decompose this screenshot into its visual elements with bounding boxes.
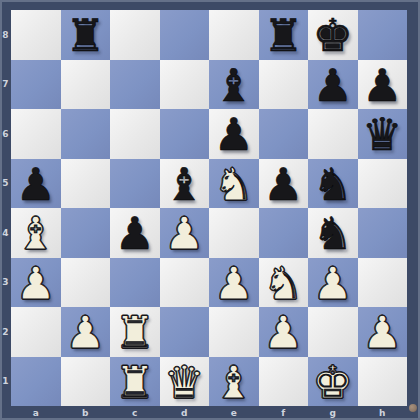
white-bishop-a4[interactable]: ♝	[16, 211, 56, 256]
square-c8[interactable]	[110, 10, 160, 60]
square-h8[interactable]	[358, 10, 408, 60]
file-label-g: g	[308, 405, 358, 420]
square-a2[interactable]	[11, 307, 61, 357]
square-f1[interactable]	[259, 357, 309, 407]
square-a6[interactable]	[11, 109, 61, 159]
square-e5[interactable]: ♞	[209, 159, 259, 209]
white-bishop-e1[interactable]: ♝	[214, 360, 254, 405]
black-queen-h6[interactable]: ♛	[362, 112, 402, 157]
file-label-d: d	[160, 405, 210, 420]
square-c3[interactable]	[110, 258, 160, 308]
white-pawn-h2[interactable]: ♟	[362, 310, 402, 355]
square-c7[interactable]	[110, 60, 160, 110]
square-d2[interactable]	[160, 307, 210, 357]
square-a1[interactable]	[11, 357, 61, 407]
black-rook-b8[interactable]: ♜	[65, 13, 105, 58]
square-b2[interactable]: ♟	[61, 307, 111, 357]
square-f5[interactable]: ♟	[259, 159, 309, 209]
square-b5[interactable]	[61, 159, 111, 209]
file-label-c: c	[110, 405, 160, 420]
file-label-a: a	[11, 405, 61, 420]
square-b7[interactable]	[61, 60, 111, 110]
black-bishop-d5[interactable]: ♝	[164, 162, 204, 207]
square-b4[interactable]	[61, 208, 111, 258]
square-d4[interactable]: ♟	[160, 208, 210, 258]
square-c5[interactable]	[110, 159, 160, 209]
square-g6[interactable]	[308, 109, 358, 159]
square-d8[interactable]	[160, 10, 210, 60]
white-pawn-d4[interactable]: ♟	[164, 211, 204, 256]
black-pawn-g7[interactable]: ♟	[313, 63, 353, 108]
square-d1[interactable]: ♛	[160, 357, 210, 407]
black-bishop-e7[interactable]: ♝	[214, 63, 254, 108]
file-label-b: b	[61, 405, 111, 420]
black-pawn-f5[interactable]: ♟	[263, 162, 303, 207]
square-c1[interactable]: ♜	[110, 357, 160, 407]
square-g7[interactable]: ♟	[308, 60, 358, 110]
black-pawn-e6[interactable]: ♟	[214, 112, 254, 157]
file-label-h: h	[358, 405, 408, 420]
square-e6[interactable]: ♟	[209, 109, 259, 159]
square-g1[interactable]: ♚	[308, 357, 358, 407]
square-g4[interactable]: ♞	[308, 208, 358, 258]
white-king-g1[interactable]: ♚	[313, 360, 353, 405]
square-e1[interactable]: ♝	[209, 357, 259, 407]
rank-label-3: 3	[0, 258, 11, 308]
square-e3[interactable]: ♟	[209, 258, 259, 308]
square-h4[interactable]	[358, 208, 408, 258]
square-a3[interactable]: ♟	[11, 258, 61, 308]
square-g3[interactable]: ♟	[308, 258, 358, 308]
square-b6[interactable]	[61, 109, 111, 159]
square-a4[interactable]: ♝	[11, 208, 61, 258]
white-pawn-g3[interactable]: ♟	[313, 261, 353, 306]
square-h1[interactable]	[358, 357, 408, 407]
square-c4[interactable]: ♟	[110, 208, 160, 258]
square-b3[interactable]	[61, 258, 111, 308]
square-f6[interactable]	[259, 109, 309, 159]
square-d3[interactable]	[160, 258, 210, 308]
square-h3[interactable]	[358, 258, 408, 308]
square-d6[interactable]	[160, 109, 210, 159]
square-g8[interactable]: ♚	[308, 10, 358, 60]
square-d7[interactable]	[160, 60, 210, 110]
rank-label-7: 7	[0, 60, 11, 110]
file-label-f: f	[259, 405, 309, 420]
rank-label-8: 8	[0, 10, 11, 60]
square-g2[interactable]	[308, 307, 358, 357]
square-h5[interactable]	[358, 159, 408, 209]
square-g5[interactable]: ♞	[308, 159, 358, 209]
square-a5[interactable]: ♟	[11, 159, 61, 209]
corner-dot	[409, 404, 417, 412]
white-pawn-a3[interactable]: ♟	[16, 261, 56, 306]
black-rook-f8[interactable]: ♜	[263, 13, 303, 58]
square-f8[interactable]: ♜	[259, 10, 309, 60]
rank-label-2: 2	[0, 307, 11, 357]
white-pawn-b2[interactable]: ♟	[65, 310, 105, 355]
white-knight-e5[interactable]: ♞	[214, 162, 254, 207]
square-f4[interactable]	[259, 208, 309, 258]
rank-label-5: 5	[0, 159, 11, 209]
square-a8[interactable]	[11, 10, 61, 60]
square-c6[interactable]	[110, 109, 160, 159]
square-d5[interactable]: ♝	[160, 159, 210, 209]
square-b1[interactable]	[61, 357, 111, 407]
white-pawn-e3[interactable]: ♟	[214, 261, 254, 306]
white-knight-f3[interactable]: ♞	[263, 261, 303, 306]
rank-labels: 87654321	[0, 10, 11, 406]
square-c2[interactable]: ♜	[110, 307, 160, 357]
file-label-e: e	[209, 405, 259, 420]
black-king-g8[interactable]: ♚	[313, 13, 353, 58]
square-f2[interactable]: ♟	[259, 307, 309, 357]
white-rook-c1[interactable]: ♜	[115, 360, 155, 405]
square-e8[interactable]	[209, 10, 259, 60]
white-queen-d1[interactable]: ♛	[164, 360, 204, 405]
black-pawn-h7[interactable]: ♟	[362, 63, 402, 108]
square-e4[interactable]	[209, 208, 259, 258]
square-a7[interactable]	[11, 60, 61, 110]
square-f3[interactable]: ♞	[259, 258, 309, 308]
black-pawn-c4[interactable]: ♟	[115, 211, 155, 256]
black-pawn-a5[interactable]: ♟	[16, 162, 56, 207]
square-h6[interactable]: ♛	[358, 109, 408, 159]
file-labels: abcdefgh	[11, 405, 407, 420]
square-e7[interactable]: ♝	[209, 60, 259, 110]
square-b8[interactable]: ♜	[61, 10, 111, 60]
black-knight-g5[interactable]: ♞	[313, 162, 353, 207]
rank-label-4: 4	[0, 208, 11, 258]
chess-board: ♜♜♚♝♟♟♟♛♟♝♞♟♞♝♟♟♞♟♟♞♟♟♜♟♟♜♛♝♚	[11, 10, 407, 406]
square-e2[interactable]	[209, 307, 259, 357]
black-knight-g4[interactable]: ♞	[313, 211, 353, 256]
white-pawn-f2[interactable]: ♟	[263, 310, 303, 355]
rank-label-6: 6	[0, 109, 11, 159]
square-f7[interactable]	[259, 60, 309, 110]
rank-label-1: 1	[0, 357, 11, 407]
white-rook-c2[interactable]: ♜	[115, 310, 155, 355]
square-h2[interactable]: ♟	[358, 307, 408, 357]
board-frame: 87654321 ♜♜♚♝♟♟♟♛♟♝♞♟♞♝♟♟♞♟♟♞♟♟♜♟♟♜♛♝♚ a…	[0, 0, 420, 420]
square-h7[interactable]: ♟	[358, 60, 408, 110]
